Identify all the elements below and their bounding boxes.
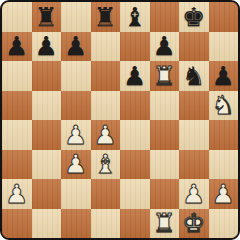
square-f6[interactable]: ♜ (150, 61, 180, 91)
square-d6[interactable] (91, 61, 121, 91)
square-f5[interactable] (150, 91, 180, 121)
white-pawn[interactable]: ♟ (2, 179, 32, 209)
square-f4[interactable] (150, 120, 180, 150)
white-king[interactable]: ♚ (179, 209, 209, 239)
white-rook[interactable]: ♜ (150, 209, 180, 239)
black-rook[interactable]: ♜ (91, 2, 121, 32)
square-d2[interactable] (91, 179, 121, 209)
square-g1[interactable]: ♚ (179, 209, 209, 239)
square-c5[interactable] (61, 91, 91, 121)
white-knight[interactable]: ♞ (209, 91, 239, 121)
black-pawn[interactable]: ♟ (32, 32, 62, 62)
square-d1[interactable] (91, 209, 121, 239)
square-b7[interactable]: ♟ (32, 32, 62, 62)
square-h5[interactable]: ♞ (209, 91, 239, 121)
square-f3[interactable] (150, 150, 180, 180)
square-b6[interactable] (32, 61, 62, 91)
square-c2[interactable] (61, 179, 91, 209)
white-rook[interactable]: ♜ (150, 61, 180, 91)
square-c1[interactable] (61, 209, 91, 239)
square-a1[interactable] (2, 209, 32, 239)
square-e1[interactable] (120, 209, 150, 239)
square-b8[interactable]: ♜ (32, 2, 62, 32)
square-e5[interactable] (120, 91, 150, 121)
square-e8[interactable]: ♝ (120, 2, 150, 32)
chess-board: ♜♜♝♚♟♟♟♟♟♜♞♟♞♟♟♟♝♟♟♟♜♚ (0, 0, 240, 240)
square-c7[interactable]: ♟ (61, 32, 91, 62)
square-g6[interactable]: ♞ (179, 61, 209, 91)
square-a5[interactable] (2, 91, 32, 121)
square-a2[interactable]: ♟ (2, 179, 32, 209)
square-c3[interactable]: ♟ (61, 150, 91, 180)
square-d7[interactable] (91, 32, 121, 62)
black-rook[interactable]: ♜ (32, 2, 62, 32)
square-a3[interactable] (2, 150, 32, 180)
page-background: ♜♜♝♚♟♟♟♟♟♜♞♟♞♟♟♟♝♟♟♟♜♚ (0, 0, 240, 240)
square-b5[interactable] (32, 91, 62, 121)
square-f2[interactable] (150, 179, 180, 209)
white-pawn[interactable]: ♟ (61, 120, 91, 150)
square-c4[interactable]: ♟ (61, 120, 91, 150)
white-pawn[interactable]: ♟ (61, 150, 91, 180)
black-pawn[interactable]: ♟ (2, 32, 32, 62)
square-d8[interactable]: ♜ (91, 2, 121, 32)
square-d5[interactable] (91, 91, 121, 121)
square-d3[interactable]: ♝ (91, 150, 121, 180)
square-e7[interactable] (120, 32, 150, 62)
square-f7[interactable]: ♟ (150, 32, 180, 62)
square-a8[interactable] (2, 2, 32, 32)
square-h2[interactable]: ♟ (209, 179, 239, 209)
square-a4[interactable] (2, 120, 32, 150)
square-h3[interactable] (209, 150, 239, 180)
black-king[interactable]: ♚ (179, 2, 209, 32)
square-f8[interactable] (150, 2, 180, 32)
square-g3[interactable] (179, 150, 209, 180)
black-pawn[interactable]: ♟ (120, 61, 150, 91)
square-g8[interactable]: ♚ (179, 2, 209, 32)
square-d4[interactable]: ♟ (91, 120, 121, 150)
square-h6[interactable]: ♟ (209, 61, 239, 91)
white-pawn[interactable]: ♟ (209, 179, 239, 209)
black-pawn[interactable]: ♟ (150, 32, 180, 62)
square-b1[interactable] (32, 209, 62, 239)
square-e2[interactable] (120, 179, 150, 209)
square-f1[interactable]: ♜ (150, 209, 180, 239)
square-b2[interactable] (32, 179, 62, 209)
square-h7[interactable] (209, 32, 239, 62)
square-e3[interactable] (120, 150, 150, 180)
black-pawn[interactable]: ♟ (209, 61, 239, 91)
square-b4[interactable] (32, 120, 62, 150)
square-h8[interactable] (209, 2, 239, 32)
square-h4[interactable] (209, 120, 239, 150)
square-a6[interactable] (2, 61, 32, 91)
square-e6[interactable]: ♟ (120, 61, 150, 91)
square-h1[interactable] (209, 209, 239, 239)
black-pawn[interactable]: ♟ (61, 32, 91, 62)
white-bishop[interactable]: ♝ (91, 150, 121, 180)
square-g2[interactable]: ♟ (179, 179, 209, 209)
square-e4[interactable] (120, 120, 150, 150)
square-c8[interactable] (61, 2, 91, 32)
square-a7[interactable]: ♟ (2, 32, 32, 62)
square-c6[interactable] (61, 61, 91, 91)
square-b3[interactable] (32, 150, 62, 180)
black-knight[interactable]: ♞ (179, 61, 209, 91)
white-pawn[interactable]: ♟ (179, 179, 209, 209)
black-bishop[interactable]: ♝ (120, 2, 150, 32)
white-pawn[interactable]: ♟ (91, 120, 121, 150)
square-g5[interactable] (179, 91, 209, 121)
square-g7[interactable] (179, 32, 209, 62)
square-g4[interactable] (179, 120, 209, 150)
